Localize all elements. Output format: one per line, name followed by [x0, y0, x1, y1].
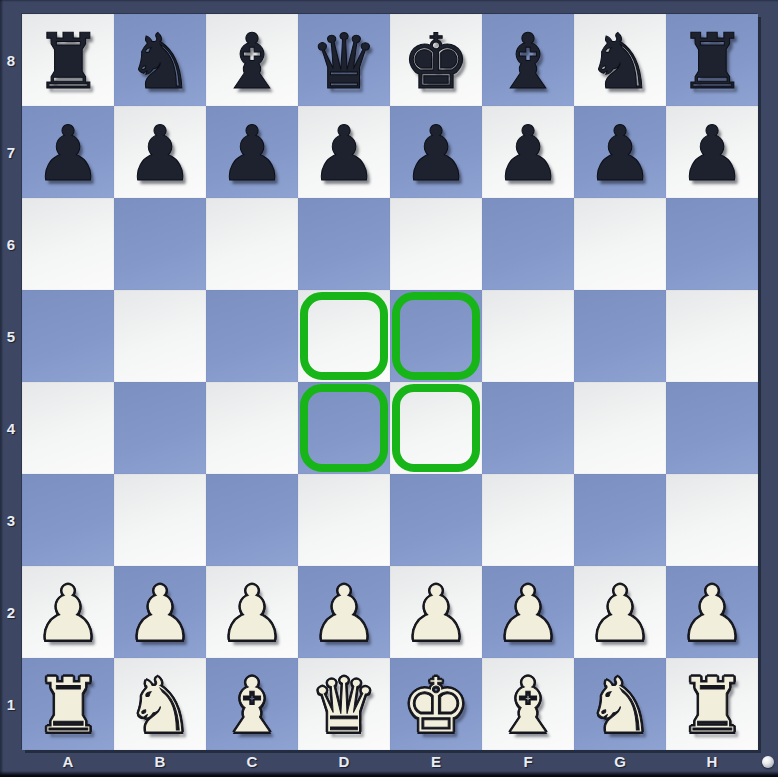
- square-d4[interactable]: [298, 382, 390, 474]
- square-e3[interactable]: [390, 474, 482, 566]
- square-e1[interactable]: ♚: [390, 658, 482, 750]
- piece-white-pawn[interactable]: ♟: [310, 576, 378, 652]
- rank-label-4: 4: [0, 382, 22, 474]
- square-c1[interactable]: ♝: [206, 658, 298, 750]
- square-e7[interactable]: ♟: [390, 106, 482, 198]
- square-e4[interactable]: [390, 382, 482, 474]
- piece-white-pawn[interactable]: ♟: [34, 576, 102, 652]
- file-label-f: F: [482, 750, 574, 773]
- square-d7[interactable]: ♟: [298, 106, 390, 198]
- move-highlight-d5: [300, 292, 388, 380]
- piece-black-pawn[interactable]: ♟: [126, 116, 194, 192]
- square-f5[interactable]: [482, 290, 574, 382]
- piece-black-bishop[interactable]: ♝: [218, 24, 286, 100]
- chess-board: ♜♞♝♛♚♝♞♜♟♟♟♟♟♟♟♟♟♟♟♟♟♟♟♟♜♞♝♛♚♝♞♜: [22, 14, 758, 750]
- file-label-b: B: [114, 750, 206, 773]
- square-f8[interactable]: ♝: [482, 14, 574, 106]
- square-g8[interactable]: ♞: [574, 14, 666, 106]
- file-label-c: C: [206, 750, 298, 773]
- rank-label-1: 1: [0, 658, 22, 750]
- square-e8[interactable]: ♚: [390, 14, 482, 106]
- square-g4[interactable]: [574, 382, 666, 474]
- chess-board-app: 87654321 ♜♞♝♛♚♝♞♜♟♟♟♟♟♟♟♟♟♟♟♟♟♟♟♟♜♞♝♛♚♝♞…: [0, 0, 778, 777]
- square-b1[interactable]: ♞: [114, 658, 206, 750]
- rank-label-2: 2: [0, 566, 22, 658]
- square-h2[interactable]: ♟: [666, 566, 758, 658]
- piece-black-knight[interactable]: ♞: [126, 24, 194, 100]
- square-h1[interactable]: ♜: [666, 658, 758, 750]
- square-h7[interactable]: ♟: [666, 106, 758, 198]
- square-c4[interactable]: [206, 382, 298, 474]
- square-d1[interactable]: ♛: [298, 658, 390, 750]
- square-b4[interactable]: [114, 382, 206, 474]
- square-e2[interactable]: ♟: [390, 566, 482, 658]
- square-h5[interactable]: [666, 290, 758, 382]
- piece-black-pawn[interactable]: ♟: [586, 116, 654, 192]
- rank-label-5: 5: [0, 290, 22, 382]
- square-g7[interactable]: ♟: [574, 106, 666, 198]
- square-f4[interactable]: [482, 382, 574, 474]
- square-f3[interactable]: [482, 474, 574, 566]
- piece-black-bishop[interactable]: ♝: [494, 24, 562, 100]
- square-c2[interactable]: ♟: [206, 566, 298, 658]
- square-g5[interactable]: [574, 290, 666, 382]
- piece-black-queen[interactable]: ♛: [310, 24, 378, 100]
- move-highlight-d4: [300, 384, 388, 472]
- square-f7[interactable]: ♟: [482, 106, 574, 198]
- square-g6[interactable]: [574, 198, 666, 290]
- file-label-a: A: [22, 750, 114, 773]
- piece-black-knight[interactable]: ♞: [586, 24, 654, 100]
- square-c5[interactable]: [206, 290, 298, 382]
- file-label-d: D: [298, 750, 390, 773]
- piece-black-rook[interactable]: ♜: [34, 24, 102, 100]
- move-highlight-e4: [392, 384, 480, 472]
- piece-white-pawn[interactable]: ♟: [494, 576, 562, 652]
- piece-black-pawn[interactable]: ♟: [310, 116, 378, 192]
- square-e5[interactable]: [390, 290, 482, 382]
- piece-black-pawn[interactable]: ♟: [218, 116, 286, 192]
- square-b6[interactable]: [114, 198, 206, 290]
- file-labels: ABCDEFGH: [22, 750, 758, 773]
- piece-black-pawn[interactable]: ♟: [402, 116, 470, 192]
- square-f2[interactable]: ♟: [482, 566, 574, 658]
- square-d8[interactable]: ♛: [298, 14, 390, 106]
- rank-label-6: 6: [0, 198, 22, 290]
- piece-white-queen[interactable]: ♛: [310, 668, 378, 744]
- piece-black-pawn[interactable]: ♟: [494, 116, 562, 192]
- piece-black-king[interactable]: ♚: [402, 24, 470, 100]
- square-b2[interactable]: ♟: [114, 566, 206, 658]
- file-label-e: E: [390, 750, 482, 773]
- square-a2[interactable]: ♟: [22, 566, 114, 658]
- piece-white-king[interactable]: ♚: [402, 668, 470, 744]
- piece-white-pawn[interactable]: ♟: [402, 576, 470, 652]
- white-to-move-indicator: [762, 756, 774, 768]
- square-c6[interactable]: [206, 198, 298, 290]
- square-d3[interactable]: [298, 474, 390, 566]
- move-highlight-e5: [392, 292, 480, 380]
- square-g1[interactable]: ♞: [574, 658, 666, 750]
- piece-white-knight[interactable]: ♞: [586, 668, 654, 744]
- rank-label-3: 3: [0, 474, 22, 566]
- piece-white-rook[interactable]: ♜: [678, 668, 746, 744]
- file-label-g: G: [574, 750, 666, 773]
- square-a7[interactable]: ♟: [22, 106, 114, 198]
- square-d5[interactable]: [298, 290, 390, 382]
- square-h6[interactable]: [666, 198, 758, 290]
- square-a3[interactable]: [22, 474, 114, 566]
- square-a1[interactable]: ♜: [22, 658, 114, 750]
- piece-white-knight[interactable]: ♞: [126, 668, 194, 744]
- square-f6[interactable]: [482, 198, 574, 290]
- square-h3[interactable]: [666, 474, 758, 566]
- piece-white-pawn[interactable]: ♟: [218, 576, 286, 652]
- square-c8[interactable]: ♝: [206, 14, 298, 106]
- square-c3[interactable]: [206, 474, 298, 566]
- square-b8[interactable]: ♞: [114, 14, 206, 106]
- square-d6[interactable]: [298, 198, 390, 290]
- rank-labels: 87654321: [0, 14, 22, 750]
- square-b7[interactable]: ♟: [114, 106, 206, 198]
- piece-white-pawn[interactable]: ♟: [126, 576, 194, 652]
- piece-black-pawn[interactable]: ♟: [678, 116, 746, 192]
- piece-white-pawn[interactable]: ♟: [678, 576, 746, 652]
- square-h8[interactable]: ♜: [666, 14, 758, 106]
- rank-label-8: 8: [0, 14, 22, 106]
- piece-white-bishop[interactable]: ♝: [218, 668, 286, 744]
- rank-label-7: 7: [0, 106, 22, 198]
- piece-white-bishop[interactable]: ♝: [494, 668, 562, 744]
- file-label-h: H: [666, 750, 758, 773]
- square-c7[interactable]: ♟: [206, 106, 298, 198]
- square-a6[interactable]: [22, 198, 114, 290]
- square-g2[interactable]: ♟: [574, 566, 666, 658]
- square-e6[interactable]: [390, 198, 482, 290]
- square-h4[interactable]: [666, 382, 758, 474]
- square-a8[interactable]: ♜: [22, 14, 114, 106]
- square-b3[interactable]: [114, 474, 206, 566]
- square-b5[interactable]: [114, 290, 206, 382]
- piece-white-pawn[interactable]: ♟: [586, 576, 654, 652]
- piece-white-rook[interactable]: ♜: [34, 668, 102, 744]
- square-g3[interactable]: [574, 474, 666, 566]
- square-a5[interactable]: [22, 290, 114, 382]
- piece-black-rook[interactable]: ♜: [678, 24, 746, 100]
- piece-black-pawn[interactable]: ♟: [34, 116, 102, 192]
- square-d2[interactable]: ♟: [298, 566, 390, 658]
- square-a4[interactable]: [22, 382, 114, 474]
- square-f1[interactable]: ♝: [482, 658, 574, 750]
